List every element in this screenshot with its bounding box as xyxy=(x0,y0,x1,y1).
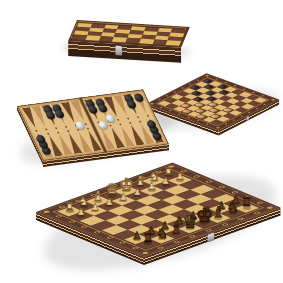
clasp-icon xyxy=(116,46,122,55)
product-photo-stage: ♜♟♞♟♝♟♚♟♛♟♝♟♟♞♜♟♟♜♞♟♟♝♟♚♟♛♟♝♟♞♟♜ xyxy=(0,0,283,283)
gold-ornament xyxy=(242,88,245,89)
gold-ornament xyxy=(252,92,255,93)
point-pin-dot xyxy=(146,114,149,116)
gold-ornament xyxy=(233,85,236,86)
point-pin-dot xyxy=(117,118,120,120)
gold-ornament xyxy=(232,119,235,120)
gold-ornament xyxy=(263,104,266,105)
gold-ornament xyxy=(224,82,227,83)
point-pin-dot xyxy=(119,123,122,125)
point-pin-dot xyxy=(84,123,87,125)
gold-ornament xyxy=(247,111,250,112)
gold-ornament xyxy=(196,120,199,121)
gold-ornament xyxy=(206,123,209,124)
clasp-icon xyxy=(247,116,249,121)
point-pin-dot xyxy=(127,117,130,119)
gold-ornament xyxy=(178,113,181,114)
board-square xyxy=(166,40,181,45)
point-pin-dot xyxy=(64,125,67,127)
point-pin-dot xyxy=(129,122,132,124)
gold-ornament xyxy=(169,110,172,111)
gold-ornament xyxy=(240,115,243,116)
point-pin-dot xyxy=(67,130,70,132)
point-pin-dot xyxy=(136,116,139,118)
gold-ornament xyxy=(187,117,190,118)
gold-ornament xyxy=(261,95,264,96)
point-pin-dot xyxy=(57,131,60,133)
gold-ornament xyxy=(204,75,209,77)
gold-ornament xyxy=(215,78,218,79)
point-pin-dot xyxy=(55,127,58,129)
gold-ornament xyxy=(159,106,162,107)
gold-ornament xyxy=(224,123,227,124)
point-pin-dot xyxy=(138,120,141,122)
gold-ornament xyxy=(255,108,258,109)
point-pin-dot xyxy=(86,127,89,129)
